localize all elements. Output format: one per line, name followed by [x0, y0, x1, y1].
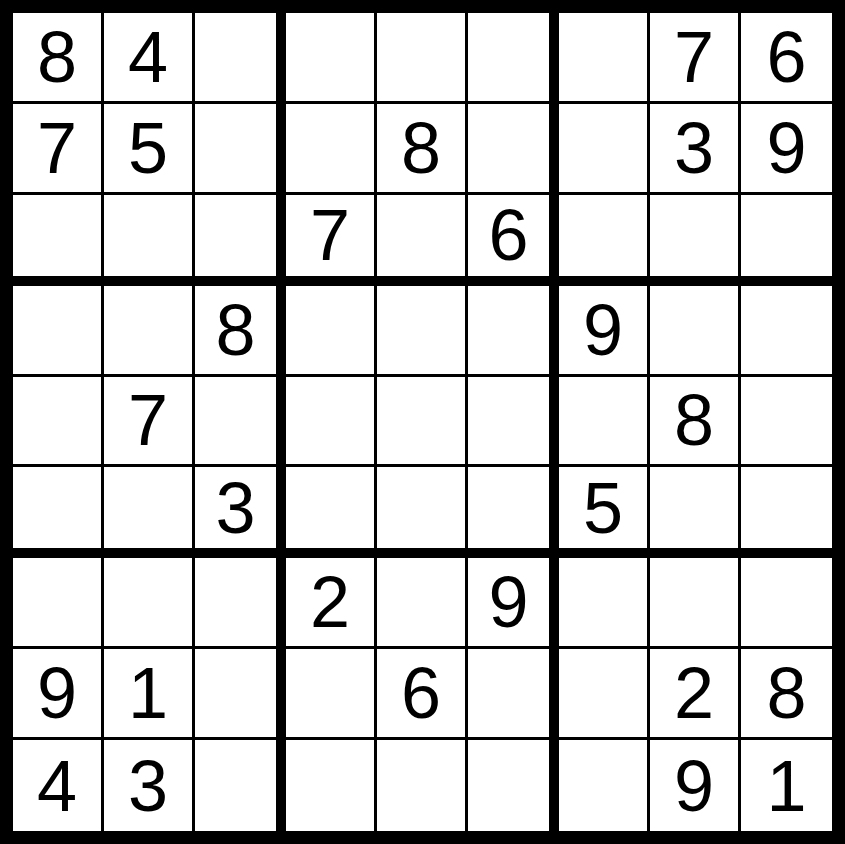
given-digit: 9 [488, 566, 528, 638]
sudoku-cell-r9c2: 3 [104, 740, 195, 831]
sudoku-cell-r9c8: 9 [650, 740, 741, 831]
sudoku-cell-r4c7: 9 [559, 286, 650, 377]
given-digit: 7 [674, 21, 714, 93]
sudoku-cell-r5c8: 8 [650, 377, 741, 468]
given-digit: 4 [128, 21, 168, 93]
given-digit: 7 [310, 199, 350, 271]
sudoku-cell-r7c1[interactable] [13, 558, 104, 649]
given-digit: 3 [215, 472, 255, 544]
sudoku-cell-r8c9: 8 [741, 649, 832, 740]
sudoku-cell-r8c2: 1 [104, 649, 195, 740]
sudoku-cell-r3c1[interactable] [13, 195, 104, 286]
given-digit: 7 [128, 384, 168, 456]
given-digit: 8 [674, 384, 714, 456]
sudoku-cell-r8c3[interactable] [195, 649, 286, 740]
sudoku-cell-r6c3: 3 [195, 467, 286, 558]
sudoku-cell-r5c5[interactable] [377, 377, 468, 468]
sudoku-cell-r4c5[interactable] [377, 286, 468, 377]
sudoku-cell-r6c4[interactable] [286, 467, 377, 558]
given-digit: 9 [37, 657, 77, 729]
sudoku-cell-r7c4: 2 [286, 558, 377, 649]
sudoku-cell-r9c5[interactable] [377, 740, 468, 831]
sudoku-cell-r1c7[interactable] [559, 13, 650, 104]
given-digit: 5 [128, 112, 168, 184]
sudoku-cell-r7c2[interactable] [104, 558, 195, 649]
sudoku-cell-r3c7[interactable] [559, 195, 650, 286]
given-digit: 6 [766, 21, 806, 93]
sudoku-cell-r2c2: 5 [104, 104, 195, 195]
sudoku-cell-r8c7[interactable] [559, 649, 650, 740]
sudoku-cell-r1c2: 4 [104, 13, 195, 104]
given-digit: 6 [401, 657, 441, 729]
sudoku-cell-r6c6[interactable] [468, 467, 559, 558]
sudoku-cell-r4c6[interactable] [468, 286, 559, 377]
sudoku-cell-r8c5: 6 [377, 649, 468, 740]
sudoku-cell-r1c4[interactable] [286, 13, 377, 104]
sudoku-cell-r4c1[interactable] [13, 286, 104, 377]
sudoku-cell-r7c9[interactable] [741, 558, 832, 649]
given-digit: 8 [215, 294, 255, 366]
sudoku-cell-r9c6[interactable] [468, 740, 559, 831]
sudoku-cell-r5c4[interactable] [286, 377, 377, 468]
given-digit: 8 [37, 21, 77, 93]
sudoku-cell-r1c6[interactable] [468, 13, 559, 104]
sudoku-cell-r1c1: 8 [13, 13, 104, 104]
sudoku-cell-r4c4[interactable] [286, 286, 377, 377]
given-digit: 9 [583, 294, 623, 366]
given-digit: 1 [128, 657, 168, 729]
sudoku-cell-r3c6: 6 [468, 195, 559, 286]
sudoku-cell-r3c5[interactable] [377, 195, 468, 286]
given-digit: 2 [674, 657, 714, 729]
sudoku-cell-r5c9[interactable] [741, 377, 832, 468]
sudoku-cell-r4c8[interactable] [650, 286, 741, 377]
given-digit: 3 [674, 112, 714, 184]
given-digit: 8 [766, 657, 806, 729]
sudoku-cell-r2c7[interactable] [559, 104, 650, 195]
sudoku-cell-r2c9: 9 [741, 104, 832, 195]
sudoku-cell-r2c3[interactable] [195, 104, 286, 195]
sudoku-cell-r9c9: 1 [741, 740, 832, 831]
sudoku-cell-r5c7[interactable] [559, 377, 650, 468]
sudoku-cell-r6c5[interactable] [377, 467, 468, 558]
sudoku-cell-r4c2[interactable] [104, 286, 195, 377]
sudoku-cell-r5c1[interactable] [13, 377, 104, 468]
sudoku-cell-r1c3[interactable] [195, 13, 286, 104]
sudoku-cell-r5c6[interactable] [468, 377, 559, 468]
sudoku-cell-r2c4[interactable] [286, 104, 377, 195]
sudoku-cell-r9c7[interactable] [559, 740, 650, 831]
sudoku-cell-r2c5: 8 [377, 104, 468, 195]
sudoku-cell-r7c7[interactable] [559, 558, 650, 649]
sudoku-cell-r2c8: 3 [650, 104, 741, 195]
sudoku-cell-r1c9: 6 [741, 13, 832, 104]
sudoku-cell-r9c3[interactable] [195, 740, 286, 831]
sudoku-cell-r9c4[interactable] [286, 740, 377, 831]
sudoku-cell-r9c1: 4 [13, 740, 104, 831]
sudoku-cell-r6c2[interactable] [104, 467, 195, 558]
sudoku-cell-r8c6[interactable] [468, 649, 559, 740]
sudoku-cell-r6c1[interactable] [13, 467, 104, 558]
sudoku-cell-r8c4[interactable] [286, 649, 377, 740]
sudoku-cell-r6c9[interactable] [741, 467, 832, 558]
sudoku-cell-r3c9[interactable] [741, 195, 832, 286]
sudoku-cell-r4c3: 8 [195, 286, 286, 377]
given-digit: 3 [128, 750, 168, 822]
given-digit: 4 [37, 750, 77, 822]
sudoku-board: 8476758397689783529916284391 [0, 0, 845, 844]
given-digit: 9 [766, 112, 806, 184]
sudoku-cell-r7c8[interactable] [650, 558, 741, 649]
given-digit: 5 [583, 472, 623, 544]
sudoku-cell-r6c8[interactable] [650, 467, 741, 558]
sudoku-cell-r2c1: 7 [13, 104, 104, 195]
sudoku-cell-r3c2[interactable] [104, 195, 195, 286]
sudoku-cell-r3c4: 7 [286, 195, 377, 286]
given-digit: 9 [674, 750, 714, 822]
sudoku-cell-r2c6[interactable] [468, 104, 559, 195]
sudoku-cell-r4c9[interactable] [741, 286, 832, 377]
sudoku-cell-r1c5[interactable] [377, 13, 468, 104]
given-digit: 2 [310, 566, 350, 638]
sudoku-cell-r5c2: 7 [104, 377, 195, 468]
sudoku-cell-r8c1: 9 [13, 649, 104, 740]
sudoku-cell-r6c7: 5 [559, 467, 650, 558]
sudoku-cell-r1c8: 7 [650, 13, 741, 104]
given-digit: 8 [401, 112, 441, 184]
given-digit: 6 [488, 199, 528, 271]
sudoku-cell-r3c8[interactable] [650, 195, 741, 286]
sudoku-cell-r7c6: 9 [468, 558, 559, 649]
given-digit: 7 [37, 112, 77, 184]
given-digit: 1 [766, 750, 806, 822]
sudoku-cell-r7c3[interactable] [195, 558, 286, 649]
sudoku-cell-r3c3[interactable] [195, 195, 286, 286]
sudoku-cell-r5c3[interactable] [195, 377, 286, 468]
sudoku-cell-r8c8: 2 [650, 649, 741, 740]
sudoku-cell-r7c5[interactable] [377, 558, 468, 649]
